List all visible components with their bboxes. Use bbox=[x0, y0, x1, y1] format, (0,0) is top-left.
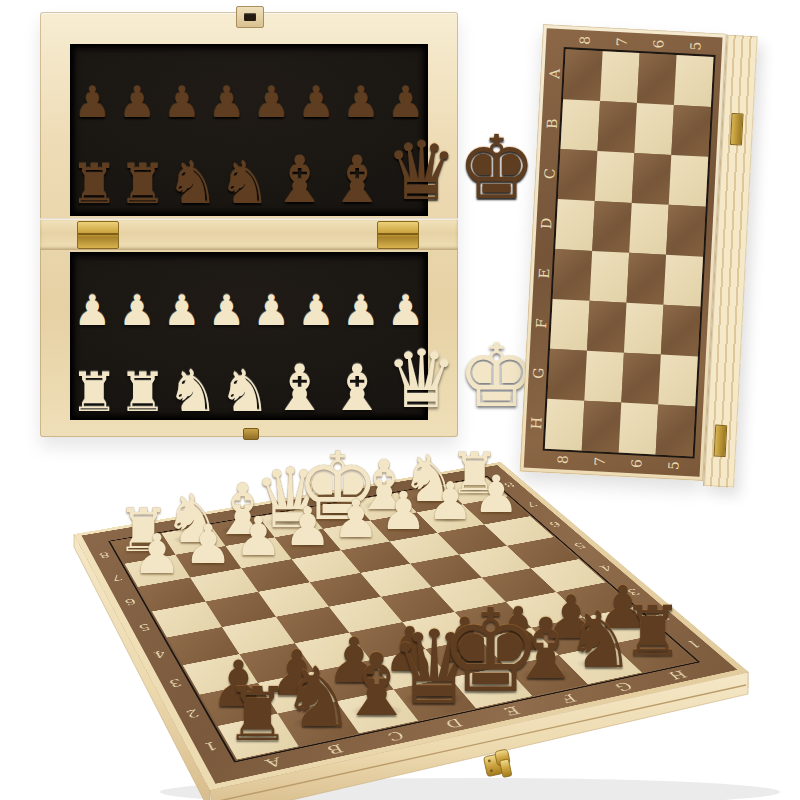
rank-label: 7 bbox=[109, 573, 124, 583]
rank-label: 8 bbox=[97, 550, 112, 560]
rank-label: 8 bbox=[501, 481, 518, 489]
file-label: D bbox=[442, 716, 466, 731]
rank-label: 1 bbox=[682, 638, 704, 650]
file-label: H bbox=[664, 668, 690, 682]
rank-label: 3 bbox=[623, 586, 643, 597]
file-label: G bbox=[611, 680, 636, 694]
chess-set-product-photo: ♟♟♟♟♟♟♟♟ ♜♜♞♞♝♝♛♚ ♟♟♟♟♟♟♟♟ ♜♜♞♞♝♝♛♚ 8765… bbox=[0, 0, 800, 800]
rank-label: 5 bbox=[136, 621, 152, 633]
file-label: E bbox=[500, 704, 523, 718]
rank-label: 2 bbox=[652, 611, 673, 623]
rank-label: 4 bbox=[596, 563, 615, 573]
rank-label: 2 bbox=[183, 706, 201, 720]
file-label: F bbox=[557, 692, 580, 706]
file-label: B bbox=[324, 741, 346, 757]
rank-label: 6 bbox=[122, 596, 138, 607]
file-label: A bbox=[263, 755, 285, 771]
rank-label: 6 bbox=[546, 520, 564, 529]
rank-label: 1 bbox=[201, 739, 220, 754]
rank-label: 4 bbox=[151, 648, 168, 660]
rank-label: 5 bbox=[570, 541, 589, 551]
file-label: C bbox=[384, 728, 407, 743]
rank-label: 7 bbox=[523, 500, 540, 509]
rank-label: 3 bbox=[166, 676, 183, 689]
